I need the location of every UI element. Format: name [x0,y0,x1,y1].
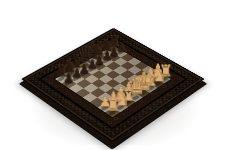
chess-board: ♜♞♝♛♚♝♞♜♟♟♟♟♟♟♟♟♟♟♟♟♟♟♟♟♜♞♝♛♚♝♞♜ [21,28,205,143]
chess-set-photo: ♜♞♝♛♚♝♞♜♟♟♟♟♟♟♟♟♟♟♟♟♟♟♟♟♜♞♝♛♚♝♞♜ [0,0,240,150]
perspective-scene: ♜♞♝♛♚♝♞♜♟♟♟♟♟♟♟♟♟♟♟♟♟♟♟♟♜♞♝♛♚♝♞♜ [0,0,240,150]
